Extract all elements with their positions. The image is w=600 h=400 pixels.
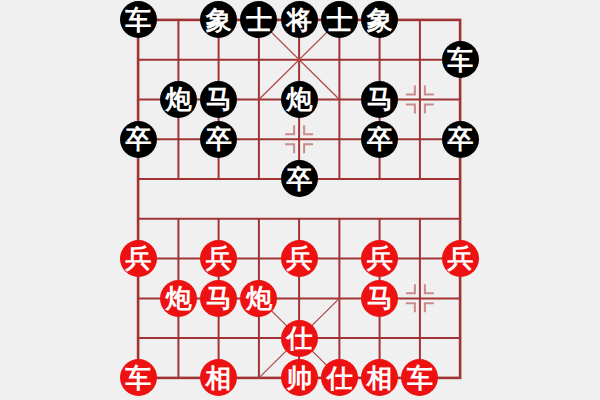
piece-black-horse[interactable]: 马	[361, 81, 398, 118]
piece-black-elephant[interactable]: 象	[361, 1, 398, 38]
piece-red-cannon[interactable]: 炮	[160, 280, 197, 317]
piece-red-soldier[interactable]: 兵	[200, 240, 237, 277]
piece-black-horse[interactable]: 马	[200, 81, 237, 118]
point-markers	[285, 85, 434, 312]
piece-red-horse[interactable]: 马	[200, 280, 237, 317]
piece-black-chariot[interactable]: 车	[120, 1, 157, 38]
piece-red-soldier[interactable]: 兵	[120, 240, 157, 277]
piece-black-advisor[interactable]: 士	[321, 1, 358, 38]
xiangqi-screen: 车象士将士象车炮马炮马卒卒卒卒卒兵兵兵兵兵炮马炮马仕车相帅仕相车	[0, 0, 600, 400]
piece-black-cannon[interactable]: 炮	[160, 81, 197, 118]
piece-black-chariot[interactable]: 车	[442, 41, 479, 78]
piece-black-soldier[interactable]: 卒	[442, 121, 479, 158]
piece-red-cannon[interactable]: 炮	[240, 280, 277, 317]
piece-black-soldier[interactable]: 卒	[361, 121, 398, 158]
piece-red-soldier[interactable]: 兵	[361, 240, 398, 277]
piece-black-soldier[interactable]: 卒	[281, 160, 318, 197]
piece-red-elephant[interactable]: 相	[200, 359, 237, 396]
piece-red-chariot[interactable]: 车	[401, 359, 438, 396]
piece-red-elephant[interactable]: 相	[361, 359, 398, 396]
piece-black-advisor[interactable]: 士	[240, 1, 277, 38]
piece-red-soldier[interactable]: 兵	[442, 240, 479, 277]
piece-black-elephant[interactable]: 象	[200, 1, 237, 38]
piece-red-chariot[interactable]: 车	[120, 359, 157, 396]
piece-red-advisor[interactable]: 仕	[281, 320, 318, 357]
piece-red-horse[interactable]: 马	[361, 280, 398, 317]
piece-black-soldier[interactable]: 卒	[200, 121, 237, 158]
xiangqi-board[interactable]: 车象士将士象车炮马炮马卒卒卒卒卒兵兵兵兵兵炮马炮马仕车相帅仕相车	[118, 0, 480, 398]
piece-black-cannon[interactable]: 炮	[281, 81, 318, 118]
piece-red-advisor[interactable]: 仕	[321, 359, 358, 396]
piece-black-general[interactable]: 将	[281, 1, 318, 38]
piece-black-soldier[interactable]: 卒	[120, 121, 157, 158]
piece-red-general[interactable]: 帅	[281, 359, 318, 396]
piece-red-soldier[interactable]: 兵	[281, 240, 318, 277]
